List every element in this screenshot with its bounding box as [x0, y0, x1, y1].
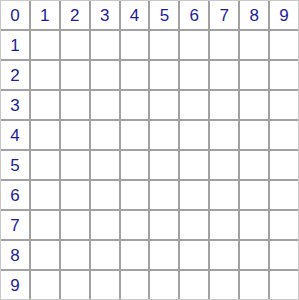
empty-cell-r8-c9: [270, 241, 298, 269]
empty-cell-r8-c3: [91, 241, 119, 269]
empty-cell-r3-c2: [61, 91, 89, 119]
empty-cell-r9-c6: [180, 271, 208, 299]
header-cell-r0-c4: 4: [121, 1, 149, 29]
header-cell-r0-c3: 3: [91, 1, 119, 29]
empty-cell-r6-c9: [270, 181, 298, 209]
header-cell-r1-c0: 1: [1, 31, 29, 59]
header-cell-r0-c6: 6: [180, 1, 208, 29]
empty-cell-r2-c7: [210, 61, 238, 89]
empty-cell-r6-c8: [240, 181, 268, 209]
empty-cell-r7-c9: [270, 211, 298, 239]
empty-cell-r7-c6: [180, 211, 208, 239]
empty-cell-r8-c7: [210, 241, 238, 269]
empty-cell-r1-c9: [270, 31, 298, 59]
empty-cell-r2-c6: [180, 61, 208, 89]
empty-cell-r9-c3: [91, 271, 119, 299]
header-cell-r0-c2: 2: [61, 1, 89, 29]
empty-cell-r6-c5: [150, 181, 178, 209]
empty-cell-r1-c4: [121, 31, 149, 59]
empty-cell-r5-c4: [121, 151, 149, 179]
empty-cell-r3-c7: [210, 91, 238, 119]
empty-cell-r2-c4: [121, 61, 149, 89]
empty-cell-r4-c9: [270, 121, 298, 149]
empty-cell-r5-c5: [150, 151, 178, 179]
empty-cell-r2-c2: [61, 61, 89, 89]
empty-cell-r3-c1: [31, 91, 59, 119]
number-grid: 0123456789123456789: [0, 0, 299, 300]
empty-cell-r1-c5: [150, 31, 178, 59]
header-cell-r9-c0: 9: [1, 271, 29, 299]
empty-cell-r7-c8: [240, 211, 268, 239]
empty-cell-r7-c4: [121, 211, 149, 239]
empty-cell-r4-c2: [61, 121, 89, 149]
empty-cell-r8-c2: [61, 241, 89, 269]
empty-cell-r4-c8: [240, 121, 268, 149]
empty-cell-r9-c9: [270, 271, 298, 299]
empty-cell-r1-c8: [240, 31, 268, 59]
empty-cell-r4-c6: [180, 121, 208, 149]
empty-cell-r9-c8: [240, 271, 268, 299]
header-cell-r0-c7: 7: [210, 1, 238, 29]
empty-cell-r2-c1: [31, 61, 59, 89]
empty-cell-r5-c1: [31, 151, 59, 179]
empty-cell-r9-c7: [210, 271, 238, 299]
empty-cell-r3-c6: [180, 91, 208, 119]
empty-cell-r8-c1: [31, 241, 59, 269]
empty-cell-r8-c6: [180, 241, 208, 269]
empty-cell-r5-c6: [180, 151, 208, 179]
empty-cell-r6-c2: [61, 181, 89, 209]
empty-cell-r6-c3: [91, 181, 119, 209]
empty-cell-r2-c8: [240, 61, 268, 89]
empty-cell-r1-c1: [31, 31, 59, 59]
empty-cell-r6-c6: [180, 181, 208, 209]
empty-cell-r9-c1: [31, 271, 59, 299]
empty-cell-r1-c2: [61, 31, 89, 59]
empty-cell-r9-c2: [61, 271, 89, 299]
empty-cell-r5-c9: [270, 151, 298, 179]
empty-cell-r2-c9: [270, 61, 298, 89]
header-cell-r5-c0: 5: [1, 151, 29, 179]
empty-cell-r9-c5: [150, 271, 178, 299]
header-cell-r0-c8: 8: [240, 1, 268, 29]
empty-cell-r5-c8: [240, 151, 268, 179]
empty-cell-r3-c5: [150, 91, 178, 119]
empty-cell-r7-c7: [210, 211, 238, 239]
empty-cell-r3-c3: [91, 91, 119, 119]
empty-cell-r5-c7: [210, 151, 238, 179]
header-cell-r0-c5: 5: [150, 1, 178, 29]
empty-cell-r8-c8: [240, 241, 268, 269]
empty-cell-r1-c3: [91, 31, 119, 59]
empty-cell-r7-c5: [150, 211, 178, 239]
empty-cell-r2-c5: [150, 61, 178, 89]
empty-cell-r8-c4: [121, 241, 149, 269]
empty-cell-r6-c1: [31, 181, 59, 209]
empty-cell-r3-c9: [270, 91, 298, 119]
empty-cell-r7-c1: [31, 211, 59, 239]
header-cell-r3-c0: 3: [1, 91, 29, 119]
header-cell-r8-c0: 8: [1, 241, 29, 269]
empty-cell-r2-c3: [91, 61, 119, 89]
empty-cell-r6-c4: [121, 181, 149, 209]
header-cell-r0-c9: 9: [270, 1, 298, 29]
header-cell-r2-c0: 2: [1, 61, 29, 89]
empty-cell-r1-c7: [210, 31, 238, 59]
empty-cell-r3-c4: [121, 91, 149, 119]
header-cell-r0-c0: 0: [1, 1, 29, 29]
header-cell-r7-c0: 7: [1, 211, 29, 239]
empty-cell-r5-c2: [61, 151, 89, 179]
empty-cell-r7-c3: [91, 211, 119, 239]
empty-cell-r4-c4: [121, 121, 149, 149]
header-cell-r6-c0: 6: [1, 181, 29, 209]
empty-cell-r4-c7: [210, 121, 238, 149]
empty-cell-r7-c2: [61, 211, 89, 239]
empty-cell-r3-c8: [240, 91, 268, 119]
header-cell-r4-c0: 4: [1, 121, 29, 149]
empty-cell-r4-c5: [150, 121, 178, 149]
empty-cell-r9-c4: [121, 271, 149, 299]
empty-cell-r4-c3: [91, 121, 119, 149]
empty-cell-r5-c3: [91, 151, 119, 179]
empty-cell-r4-c1: [31, 121, 59, 149]
empty-cell-r6-c7: [210, 181, 238, 209]
empty-cell-r8-c5: [150, 241, 178, 269]
header-cell-r0-c1: 1: [31, 1, 59, 29]
empty-cell-r1-c6: [180, 31, 208, 59]
